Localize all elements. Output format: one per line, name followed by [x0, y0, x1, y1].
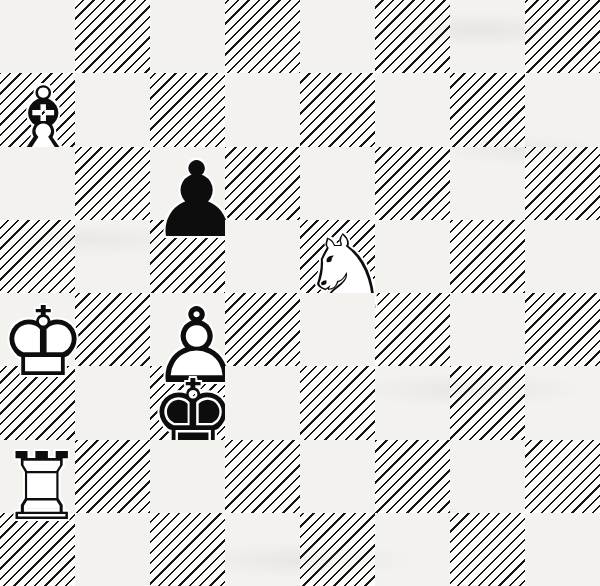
- square-a1: [0, 513, 75, 586]
- square-a4: ♚♔: [0, 293, 75, 366]
- piece-white-knight-e5: ♞♘: [300, 220, 375, 293]
- square-d7: [225, 73, 300, 146]
- square-f7: [375, 73, 450, 146]
- square-b1: [75, 513, 150, 586]
- piece-black-pawn-c6: ♟♟: [150, 147, 225, 220]
- square-g1: [450, 513, 525, 586]
- square-d4: [225, 293, 300, 366]
- square-g8: [450, 0, 525, 73]
- piece-white-rook-a2: ♜♖: [0, 440, 75, 513]
- square-d1: [225, 513, 300, 586]
- square-f4: [375, 293, 450, 366]
- square-a6: [0, 147, 75, 220]
- square-g2: [450, 440, 525, 513]
- square-g5: [450, 220, 525, 293]
- square-a7: ♝♗: [0, 73, 75, 146]
- piece-white-pawn-c4: ♟♙: [150, 293, 225, 366]
- square-g3: [450, 366, 525, 439]
- square-f6: [375, 147, 450, 220]
- square-b7: [75, 73, 150, 146]
- square-g7: [450, 73, 525, 146]
- square-f3: [375, 366, 450, 439]
- square-d5: [225, 220, 300, 293]
- square-a3: [0, 366, 75, 439]
- square-h5: [525, 220, 600, 293]
- square-e6: [300, 147, 375, 220]
- square-a2: ♜♖: [0, 440, 75, 513]
- square-h7: [525, 73, 600, 146]
- square-a5: [0, 220, 75, 293]
- square-c8: [150, 0, 225, 73]
- square-d3: [225, 366, 300, 439]
- square-d6: [225, 147, 300, 220]
- square-b8: [75, 0, 150, 73]
- square-f8: [375, 0, 450, 73]
- square-h6: [525, 147, 600, 220]
- square-g4: [450, 293, 525, 366]
- square-a8: [0, 0, 75, 73]
- square-h3: [525, 366, 600, 439]
- square-c7: [150, 73, 225, 146]
- square-g6: [450, 147, 525, 220]
- square-e3: [300, 366, 375, 439]
- square-c2: [150, 440, 225, 513]
- square-e7: [300, 73, 375, 146]
- square-b3: [75, 366, 150, 439]
- square-e5: ♞♘: [300, 220, 375, 293]
- square-e8: [300, 0, 375, 73]
- square-h1: [525, 513, 600, 586]
- square-b6: [75, 147, 150, 220]
- square-c5: [150, 220, 225, 293]
- square-b4: [75, 293, 150, 366]
- square-d8: [225, 0, 300, 73]
- square-c1: [150, 513, 225, 586]
- square-f5: [375, 220, 450, 293]
- square-b2: [75, 440, 150, 513]
- square-b5: [75, 220, 150, 293]
- piece-black-king-c3: ♚♚: [150, 366, 225, 439]
- square-e2: [300, 440, 375, 513]
- square-d2: [225, 440, 300, 513]
- square-h2: [525, 440, 600, 513]
- square-h4: [525, 293, 600, 366]
- square-h8: [525, 0, 600, 73]
- square-c4: ♟♙: [150, 293, 225, 366]
- square-c6: ♟♟: [150, 147, 225, 220]
- square-f1: [375, 513, 450, 586]
- piece-white-bishop-a7: ♝♗: [0, 73, 75, 146]
- square-e4: [300, 293, 375, 366]
- square-f2: [375, 440, 450, 513]
- chessboard: ♝♗♟♟♞♘♚♔♟♙♚♚♜♖: [0, 0, 600, 586]
- square-e1: [300, 513, 375, 586]
- square-c3: ♚♚: [150, 366, 225, 439]
- piece-white-king-a4: ♚♔: [0, 293, 75, 366]
